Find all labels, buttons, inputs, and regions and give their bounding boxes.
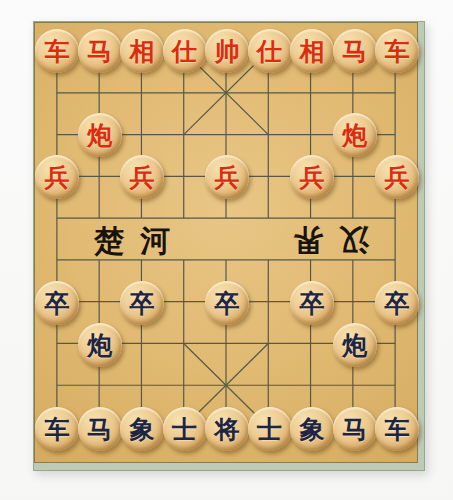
piece-character: 兵 [130, 165, 155, 190]
piece-red-兵-f0r3[interactable]: 兵 [35, 155, 79, 199]
piece-black-炮-f7r7[interactable]: 炮 [333, 323, 377, 367]
xiangqi-board[interactable]: 楚河 汉界 车马相仕帅仕相马车炮炮兵兵兵兵兵卒卒卒卒卒炮炮车马象士将士象马车 [34, 22, 418, 463]
piece-red-仕-f3r0[interactable]: 仕 [163, 29, 207, 73]
piece-red-帅-f4r0[interactable]: 帅 [205, 29, 249, 73]
river-label-hanjie: 汉界 [277, 219, 369, 260]
piece-red-车-f8r0[interactable]: 车 [375, 29, 419, 73]
piece-red-马-f1r0[interactable]: 马 [78, 29, 122, 73]
piece-black-卒-f6r6[interactable]: 卒 [290, 281, 334, 325]
piece-character: 马 [87, 417, 112, 442]
xiangqi-board-frame: 楚河 汉界 车马相仕帅仕相马车炮炮兵兵兵兵兵卒卒卒卒卒炮炮车马象士将士象马车 [33, 21, 425, 471]
piece-character: 象 [300, 417, 325, 442]
piece-character: 车 [45, 39, 70, 64]
piece-black-车-f8r9[interactable]: 车 [375, 407, 419, 451]
piece-red-仕-f5r0[interactable]: 仕 [248, 29, 292, 73]
piece-character: 炮 [87, 333, 112, 358]
piece-red-相-f6r0[interactable]: 相 [290, 29, 334, 73]
piece-red-兵-f4r3[interactable]: 兵 [205, 155, 249, 199]
piece-character: 兵 [215, 165, 240, 190]
piece-red-兵-f6r3[interactable]: 兵 [290, 155, 334, 199]
piece-character: 炮 [342, 333, 367, 358]
piece-red-车-f0r0[interactable]: 车 [35, 29, 79, 73]
piece-character: 兵 [45, 165, 70, 190]
piece-black-卒-f8r6[interactable]: 卒 [375, 281, 419, 325]
piece-character: 相 [300, 39, 325, 64]
piece-character: 卒 [300, 291, 325, 316]
piece-black-士-f5r9[interactable]: 士 [248, 407, 292, 451]
piece-character: 车 [385, 417, 410, 442]
piece-character: 帅 [215, 39, 240, 64]
piece-character: 车 [45, 417, 70, 442]
piece-character: 马 [87, 39, 112, 64]
piece-black-卒-f2r6[interactable]: 卒 [120, 281, 164, 325]
piece-red-兵-f2r3[interactable]: 兵 [120, 155, 164, 199]
piece-character: 士 [172, 417, 197, 442]
piece-character: 将 [215, 417, 240, 442]
piece-red-炮-f1r2[interactable]: 炮 [78, 113, 122, 157]
piece-character: 马 [342, 39, 367, 64]
piece-black-马-f1r9[interactable]: 马 [78, 407, 122, 451]
piece-character: 兵 [300, 165, 325, 190]
piece-character: 卒 [385, 291, 410, 316]
piece-character: 相 [130, 39, 155, 64]
piece-black-卒-f0r6[interactable]: 卒 [35, 281, 79, 325]
piece-black-象-f2r9[interactable]: 象 [120, 407, 164, 451]
piece-black-马-f7r9[interactable]: 马 [333, 407, 377, 451]
piece-black-士-f3r9[interactable]: 士 [163, 407, 207, 451]
piece-black-将-f4r9[interactable]: 将 [205, 407, 249, 451]
piece-red-兵-f8r3[interactable]: 兵 [375, 155, 419, 199]
piece-character: 马 [342, 417, 367, 442]
piece-black-卒-f4r6[interactable]: 卒 [205, 281, 249, 325]
piece-red-马-f7r0[interactable]: 马 [333, 29, 377, 73]
piece-red-相-f2r0[interactable]: 相 [120, 29, 164, 73]
piece-black-象-f6r9[interactable]: 象 [290, 407, 334, 451]
piece-character: 卒 [45, 291, 70, 316]
piece-character: 象 [130, 417, 155, 442]
piece-character: 炮 [342, 123, 367, 148]
piece-black-车-f0r9[interactable]: 车 [35, 407, 79, 451]
piece-character: 士 [257, 417, 282, 442]
piece-character: 炮 [87, 123, 112, 148]
piece-character: 仕 [257, 39, 282, 64]
piece-character: 卒 [215, 291, 240, 316]
piece-character: 卒 [130, 291, 155, 316]
piece-character: 兵 [385, 165, 410, 190]
river-label-chuhe: 楚河 [94, 221, 186, 262]
piece-character: 车 [385, 39, 410, 64]
piece-red-炮-f7r2[interactable]: 炮 [333, 113, 377, 157]
piece-character: 仕 [172, 39, 197, 64]
piece-black-炮-f1r7[interactable]: 炮 [78, 323, 122, 367]
